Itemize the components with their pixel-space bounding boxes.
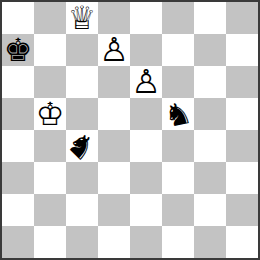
white-king-b5: ♔ <box>36 98 65 130</box>
square-f1 <box>162 226 194 258</box>
square-f2 <box>162 194 194 226</box>
black-knight-c4-rotated: ♞ <box>61 125 103 167</box>
square-h7 <box>226 34 258 66</box>
square-g8 <box>194 2 226 34</box>
square-e2 <box>130 194 162 226</box>
square-h3 <box>226 162 258 194</box>
square-b7 <box>34 34 66 66</box>
white-pawn-d7: ♙ <box>99 34 129 66</box>
square-f6 <box>162 66 194 98</box>
white-queen-c8: ♕ <box>68 2 97 34</box>
square-g5 <box>194 98 226 130</box>
square-a8 <box>2 2 34 34</box>
square-a2 <box>2 194 34 226</box>
square-e6: ♙ <box>130 66 162 98</box>
square-d7: ♙ <box>98 34 130 66</box>
square-c8: ♕ <box>66 2 98 34</box>
square-a4 <box>2 130 34 162</box>
square-f7 <box>162 34 194 66</box>
square-g7 <box>194 34 226 66</box>
square-a3 <box>2 162 34 194</box>
square-a7: ♚ <box>2 34 34 66</box>
square-f8 <box>162 2 194 34</box>
square-f5: ♞ <box>162 98 194 130</box>
square-h4 <box>226 130 258 162</box>
square-b2 <box>34 194 66 226</box>
square-h2 <box>226 194 258 226</box>
square-d5 <box>98 98 130 130</box>
square-e3 <box>130 162 162 194</box>
square-a5 <box>2 98 34 130</box>
square-e1 <box>130 226 162 258</box>
chess-board: ♕♚♙♙♔♞♞ <box>0 0 260 260</box>
square-g1 <box>194 226 226 258</box>
square-b5: ♔ <box>34 98 66 130</box>
square-e5 <box>130 98 162 130</box>
square-c3 <box>66 162 98 194</box>
square-f3 <box>162 162 194 194</box>
square-d2 <box>98 194 130 226</box>
square-b1 <box>34 226 66 258</box>
square-h1 <box>226 226 258 258</box>
square-g2 <box>194 194 226 226</box>
square-c6 <box>66 66 98 98</box>
square-f4 <box>162 130 194 162</box>
square-g3 <box>194 162 226 194</box>
square-a6 <box>2 66 34 98</box>
square-d3 <box>98 162 130 194</box>
black-king-a7: ♚ <box>4 34 33 66</box>
square-e8 <box>130 2 162 34</box>
square-d4 <box>98 130 130 162</box>
square-c4: ♞ <box>66 130 98 162</box>
square-a1 <box>2 226 34 258</box>
square-b6 <box>34 66 66 98</box>
square-h5 <box>226 98 258 130</box>
square-d1 <box>98 226 130 258</box>
black-knight-f5-rotated: ♞ <box>161 95 195 132</box>
square-c2 <box>66 194 98 226</box>
square-e4 <box>130 130 162 162</box>
square-b8 <box>34 2 66 34</box>
square-h6 <box>226 66 258 98</box>
square-c7 <box>66 34 98 66</box>
square-h8 <box>226 2 258 34</box>
square-g6 <box>194 66 226 98</box>
square-b3 <box>34 162 66 194</box>
square-d6 <box>98 66 130 98</box>
square-g4 <box>194 130 226 162</box>
square-c1 <box>66 226 98 258</box>
white-pawn-e6: ♙ <box>131 66 161 98</box>
